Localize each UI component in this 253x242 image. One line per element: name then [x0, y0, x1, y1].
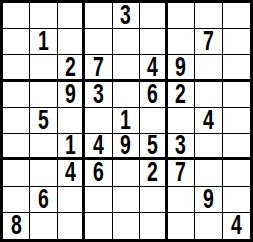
cell-r1c6[interactable]: [140, 3, 167, 29]
cell-r6c2[interactable]: [30, 134, 57, 160]
cell-r3c1[interactable]: [3, 55, 30, 81]
cell-r4c3[interactable]: 9: [58, 82, 85, 108]
cell-r3c6[interactable]: 4: [140, 55, 167, 81]
cell-r6c6[interactable]: 5: [140, 134, 167, 160]
digit: 9: [65, 82, 76, 108]
cell-r7c2[interactable]: [30, 160, 57, 186]
cell-r8c9[interactable]: [223, 187, 250, 213]
digit: 2: [175, 82, 186, 108]
digit: 4: [231, 213, 242, 239]
cell-r7c6[interactable]: 2: [140, 160, 167, 186]
digit: 1: [38, 29, 49, 55]
cell-r1c7[interactable]: [168, 3, 195, 29]
digit: 1: [65, 134, 76, 159]
cell-r7c9[interactable]: [223, 160, 250, 186]
cell-r2c4[interactable]: [85, 29, 112, 55]
cell-r8c6[interactable]: [140, 187, 167, 213]
cell-r8c5[interactable]: [113, 187, 140, 213]
cell-r7c1[interactable]: [3, 160, 30, 186]
cell-r4c4[interactable]: 3: [85, 82, 112, 108]
cell-r6c8[interactable]: [195, 134, 222, 160]
cell-r2c7[interactable]: [168, 29, 195, 55]
digit: 7: [203, 29, 214, 55]
digit: 4: [203, 108, 214, 134]
cell-r5c9[interactable]: [223, 108, 250, 134]
digit: 6: [147, 82, 158, 108]
cell-r7c7[interactable]: 7: [168, 160, 195, 186]
cell-r4c9[interactable]: [223, 82, 250, 108]
cell-r6c5[interactable]: 9: [113, 134, 140, 160]
cell-r1c8[interactable]: [195, 3, 222, 29]
cell-r5c2[interactable]: 5: [30, 108, 57, 134]
cell-r8c2[interactable]: 6: [30, 187, 57, 213]
cell-r7c5[interactable]: [113, 160, 140, 186]
cell-r2c8[interactable]: 7: [195, 29, 222, 55]
cell-r3c5[interactable]: [113, 55, 140, 81]
cell-r9c3[interactable]: [58, 213, 85, 239]
digit: 1: [121, 108, 132, 134]
cell-r9c6[interactable]: [140, 213, 167, 239]
cell-r4c2[interactable]: [30, 82, 57, 108]
cell-r4c7[interactable]: 2: [168, 82, 195, 108]
cell-r2c6[interactable]: [140, 29, 167, 55]
cell-r6c7[interactable]: 3: [168, 134, 195, 160]
cell-r9c9[interactable]: 4: [223, 213, 250, 239]
cell-r9c2[interactable]: [30, 213, 57, 239]
cell-r3c2[interactable]: [30, 55, 57, 81]
cell-r3c4[interactable]: 7: [85, 55, 112, 81]
digit: 9: [121, 134, 132, 159]
cell-r9c7[interactable]: [168, 213, 195, 239]
cell-r2c3[interactable]: [58, 29, 85, 55]
cell-r8c7[interactable]: [168, 187, 195, 213]
cell-r6c1[interactable]: [3, 134, 30, 160]
cell-r6c9[interactable]: [223, 134, 250, 160]
cell-r8c8[interactable]: 9: [195, 187, 222, 213]
cell-r2c1[interactable]: [3, 29, 30, 55]
digit: 4: [65, 160, 76, 186]
cell-r8c1[interactable]: [3, 187, 30, 213]
cell-r9c1[interactable]: 8: [3, 213, 30, 239]
digit: 3: [175, 134, 186, 159]
cell-r7c8[interactable]: [195, 160, 222, 186]
digit: 9: [175, 55, 186, 80]
digit: 2: [147, 160, 158, 186]
cell-r7c4[interactable]: 6: [85, 160, 112, 186]
digit: 7: [175, 160, 186, 186]
cell-r5c6[interactable]: [140, 108, 167, 134]
cell-r4c5[interactable]: [113, 82, 140, 108]
cell-r9c5[interactable]: [113, 213, 140, 239]
cell-r3c3[interactable]: 2: [58, 55, 85, 81]
cell-r3c9[interactable]: [223, 55, 250, 81]
digit: 4: [93, 134, 104, 159]
cell-r4c8[interactable]: [195, 82, 222, 108]
cell-r9c8[interactable]: [195, 213, 222, 239]
cell-r6c3[interactable]: 1: [58, 134, 85, 160]
cell-r8c4[interactable]: [85, 187, 112, 213]
cell-r7c3[interactable]: 4: [58, 160, 85, 186]
cell-r5c4[interactable]: [85, 108, 112, 134]
cell-r8c3[interactable]: [58, 187, 85, 213]
digit: 6: [93, 160, 104, 186]
cell-r4c1[interactable]: [3, 82, 30, 108]
digit: 9: [203, 187, 214, 213]
digit: 7: [93, 55, 104, 80]
digit: 5: [38, 108, 49, 134]
cell-r1c2[interactable]: [30, 3, 57, 29]
cell-r3c7[interactable]: 9: [168, 55, 195, 81]
cell-r1c4[interactable]: [85, 3, 112, 29]
cell-r6c4[interactable]: 4: [85, 134, 112, 160]
cell-r5c7[interactable]: [168, 108, 195, 134]
cell-r9c4[interactable]: [85, 213, 112, 239]
cell-r5c8[interactable]: 4: [195, 108, 222, 134]
sudoku-board: 317274993625141495346276984: [0, 0, 253, 242]
cell-r1c9[interactable]: [223, 3, 250, 29]
digit: 8: [11, 213, 22, 239]
cell-r1c5[interactable]: 3: [113, 3, 140, 29]
digit: 3: [93, 82, 104, 108]
cell-r5c1[interactable]: [3, 108, 30, 134]
digit: 3: [121, 3, 132, 29]
cell-r1c1[interactable]: [3, 3, 30, 29]
cell-r5c5[interactable]: 1: [113, 108, 140, 134]
cell-r2c9[interactable]: [223, 29, 250, 55]
digit: 4: [147, 55, 158, 80]
cell-r1c3[interactable]: [58, 3, 85, 29]
cell-r4c6[interactable]: 6: [140, 82, 167, 108]
digit: 2: [65, 55, 76, 80]
cell-r2c2[interactable]: 1: [30, 29, 57, 55]
cell-r5c3[interactable]: [58, 108, 85, 134]
digit: 5: [147, 134, 158, 159]
digit: 6: [38, 187, 49, 213]
cell-r2c5[interactable]: [113, 29, 140, 55]
cell-r3c8[interactable]: [195, 55, 222, 81]
